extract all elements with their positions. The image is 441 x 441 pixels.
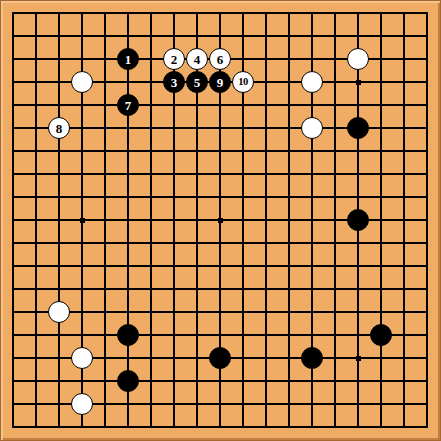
grid-line-vertical (403, 12, 404, 427)
star-point (80, 218, 85, 223)
stone-black-move-7: 7 (117, 94, 139, 116)
stone-black (209, 347, 231, 369)
stone-white-move-6: 6 (209, 48, 231, 70)
stone-move-number: 5 (194, 76, 201, 89)
stone-white (71, 71, 93, 93)
grid-line-horizontal (12, 380, 427, 381)
stone-white-move-8: 8 (48, 117, 70, 139)
grid-line-horizontal (12, 242, 427, 243)
stone-black (347, 117, 369, 139)
stone-move-number: 7 (125, 99, 132, 112)
stone-black-move-9: 9 (209, 71, 231, 93)
stone-move-number: 3 (171, 76, 178, 89)
grid-line-vertical (334, 12, 335, 427)
star-point (356, 356, 361, 361)
grid-line-vertical (426, 12, 427, 427)
stone-white (301, 71, 323, 93)
stone-white (347, 48, 369, 70)
stone-move-number: 6 (217, 53, 224, 66)
star-point (356, 80, 361, 85)
stone-white-move-4: 4 (186, 48, 208, 70)
stone-move-number: 10 (238, 77, 248, 88)
grid-line-vertical (380, 12, 381, 427)
stone-black-move-3: 3 (163, 71, 185, 93)
grid-line-horizontal (12, 288, 427, 289)
stone-white (71, 347, 93, 369)
stone-black-move-1: 1 (117, 48, 139, 70)
stone-white-move-2: 2 (163, 48, 185, 70)
stone-move-number: 9 (217, 76, 224, 89)
go-board: 12345678910 (0, 0, 441, 441)
grid-line-vertical (288, 12, 289, 427)
stone-black (117, 370, 139, 392)
stone-black (370, 324, 392, 346)
stone-black (347, 209, 369, 231)
stone-white-move-10: 10 (232, 71, 254, 93)
stone-white (301, 117, 323, 139)
stone-white (48, 301, 70, 323)
grid-line-horizontal (12, 311, 427, 312)
grid-line-horizontal (12, 426, 427, 427)
stone-black (301, 347, 323, 369)
grid-line-horizontal (12, 265, 427, 266)
stone-move-number: 2 (171, 53, 178, 66)
stone-black (117, 324, 139, 346)
grid-line-vertical (265, 12, 266, 427)
star-point (218, 218, 223, 223)
stone-black-move-5: 5 (186, 71, 208, 93)
stone-move-number: 4 (194, 53, 201, 66)
stone-move-number: 1 (125, 53, 132, 66)
grid-line-horizontal (12, 334, 427, 335)
stone-move-number: 8 (56, 122, 63, 135)
stone-white (71, 393, 93, 415)
